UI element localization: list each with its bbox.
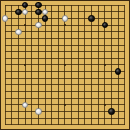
stone-black <box>102 22 108 28</box>
grid-line-vertical <box>124 5 125 125</box>
grid-line-horizontal <box>5 91 125 92</box>
star-point <box>64 64 66 66</box>
grid-line-horizontal <box>5 118 125 119</box>
grid-line-vertical <box>118 5 119 125</box>
stone-black <box>15 9 21 15</box>
stone-white <box>15 29 21 35</box>
grid-line-vertical <box>84 5 85 125</box>
star-point <box>64 24 66 26</box>
stone-black <box>88 15 94 21</box>
grid-line-horizontal <box>5 71 125 72</box>
grid-line-horizontal <box>5 84 125 85</box>
grid-line-vertical <box>111 5 112 125</box>
grid-line-horizontal <box>5 111 125 112</box>
grid-line-horizontal <box>5 78 125 79</box>
grid-line-horizontal <box>5 124 125 125</box>
grid-line-vertical <box>78 5 79 125</box>
grid-line-vertical <box>71 5 72 125</box>
star-point <box>104 64 106 66</box>
stone-black <box>35 9 41 15</box>
star-point <box>24 64 26 66</box>
stone-black <box>108 108 114 114</box>
stone-white <box>42 9 48 15</box>
stone-white <box>35 22 41 28</box>
stone-white <box>22 9 28 15</box>
star-point <box>104 104 106 106</box>
stone-black <box>115 68 121 74</box>
grid-line-horizontal <box>5 98 125 99</box>
star-point <box>64 104 66 106</box>
stone-black <box>42 15 48 21</box>
star-point <box>24 24 26 26</box>
grid-line-vertical <box>91 5 92 125</box>
stone-black <box>22 2 28 8</box>
stone-black <box>35 2 41 8</box>
go-board[interactable] <box>0 0 130 130</box>
stone-white <box>35 108 41 114</box>
stone-white <box>62 15 68 21</box>
stone-white <box>22 102 28 108</box>
stone-white <box>2 15 8 21</box>
grid-line-vertical <box>98 5 99 125</box>
